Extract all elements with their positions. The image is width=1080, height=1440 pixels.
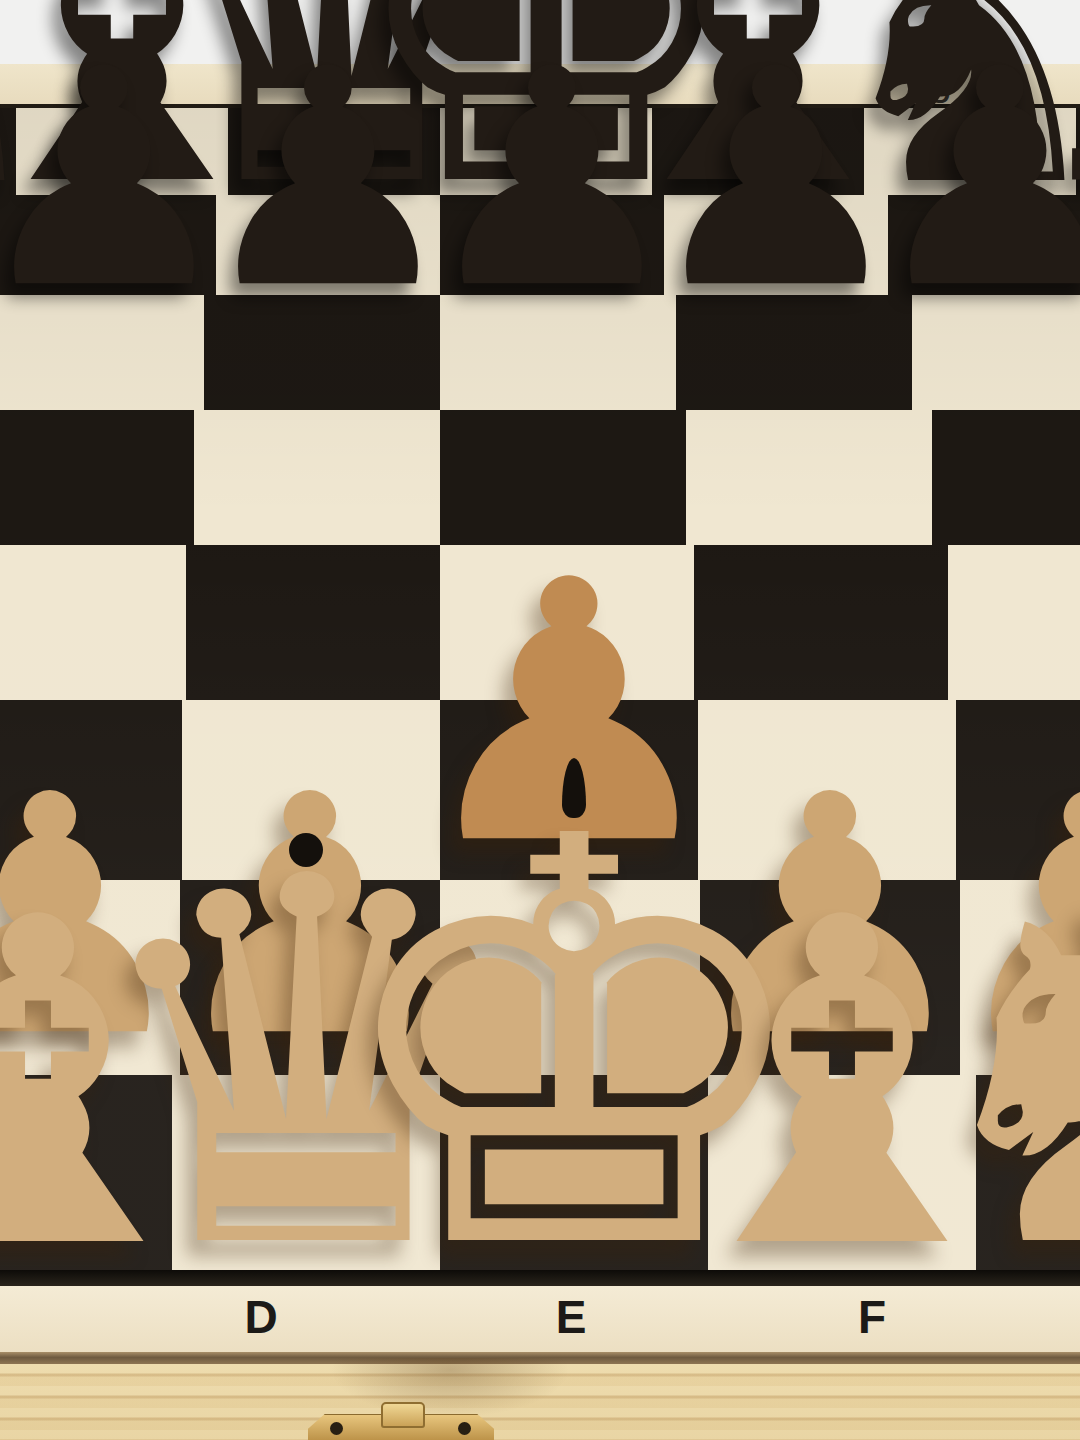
square-e1 bbox=[440, 1075, 708, 1285]
square-c1 bbox=[0, 1075, 172, 1285]
board-rank-8 bbox=[0, 108, 1080, 195]
square-d8 bbox=[228, 108, 440, 195]
file-label-f: F bbox=[858, 1290, 888, 1344]
square-c3 bbox=[0, 700, 182, 880]
clasp-screw-left bbox=[330, 1422, 343, 1435]
square-d4 bbox=[186, 545, 440, 700]
board-rank-5 bbox=[0, 410, 1080, 545]
square-d2 bbox=[180, 880, 440, 1075]
square-c6 bbox=[0, 295, 204, 410]
square-g3 bbox=[956, 700, 1080, 880]
board-rank-7 bbox=[0, 195, 1080, 295]
board-near-rim: D E F bbox=[0, 1286, 1080, 1352]
board-rank-3 bbox=[0, 700, 1080, 880]
square-e7 bbox=[440, 195, 664, 295]
square-g8 bbox=[864, 108, 1076, 195]
square-f1 bbox=[708, 1075, 976, 1285]
square-c7 bbox=[0, 195, 216, 295]
square-c2 bbox=[0, 880, 180, 1075]
square-g1 bbox=[976, 1075, 1080, 1285]
square-e5 bbox=[440, 410, 686, 545]
square-g2 bbox=[960, 880, 1080, 1075]
square-e2 bbox=[440, 880, 700, 1075]
square-c4 bbox=[0, 545, 186, 700]
square-g5 bbox=[932, 410, 1080, 545]
square-b8 bbox=[0, 108, 16, 195]
brass-clasp bbox=[308, 1402, 494, 1440]
square-f2 bbox=[700, 880, 960, 1075]
square-e4 bbox=[440, 545, 694, 700]
square-f4 bbox=[694, 545, 948, 700]
square-d6 bbox=[204, 295, 440, 410]
board-box-seam bbox=[0, 1352, 1080, 1364]
board-rank-6 bbox=[0, 295, 1080, 410]
square-d5 bbox=[194, 410, 440, 545]
square-h8 bbox=[1076, 108, 1080, 195]
board-rank-4 bbox=[0, 545, 1080, 700]
square-f3 bbox=[698, 700, 956, 880]
square-e6 bbox=[440, 295, 676, 410]
square-f5 bbox=[686, 410, 932, 545]
square-c5 bbox=[0, 410, 194, 545]
box-front-panel bbox=[0, 1364, 1080, 1440]
file-label-d: D bbox=[244, 1290, 279, 1344]
square-f8 bbox=[652, 108, 864, 195]
clasp-tab bbox=[381, 1402, 425, 1428]
square-c8 bbox=[16, 108, 228, 195]
square-g7 bbox=[888, 195, 1080, 295]
square-e3 bbox=[440, 700, 698, 880]
square-d3 bbox=[182, 700, 440, 880]
square-g4 bbox=[948, 545, 1080, 700]
square-e8 bbox=[440, 108, 652, 195]
square-f7 bbox=[664, 195, 888, 295]
board-rank-2 bbox=[0, 880, 1080, 1075]
square-g6 bbox=[912, 295, 1080, 410]
board-rank-1 bbox=[0, 1075, 1080, 1285]
square-d1 bbox=[172, 1075, 440, 1285]
square-f6 bbox=[676, 295, 912, 410]
file-label-e: E bbox=[556, 1290, 589, 1344]
square-d7 bbox=[216, 195, 440, 295]
board-front-edge bbox=[0, 1270, 1080, 1286]
photo-scene: G ♜♞♝♛♚♝♞♜♟♟♟♟♟♟♟♟♟♟♟♟♟♟♟♟♜♞♝♛♚♝♞♜ D E F bbox=[0, 0, 1080, 1440]
clasp-screw-right bbox=[458, 1422, 471, 1435]
